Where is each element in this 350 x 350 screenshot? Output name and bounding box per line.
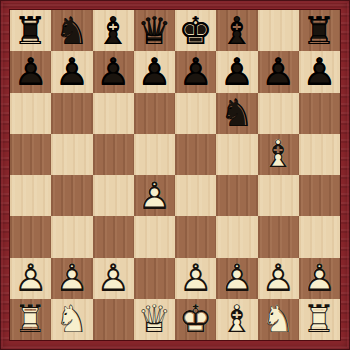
square-f4[interactable] <box>216 175 257 216</box>
white-pawn-outline-icon: ♙ <box>93 258 134 299</box>
square-a4[interactable] <box>10 175 51 216</box>
square-f5[interactable] <box>216 134 257 175</box>
square-g8[interactable] <box>258 10 299 51</box>
square-b5[interactable] <box>51 134 92 175</box>
white-knight-outline-icon: ♘ <box>51 299 92 340</box>
black-pawn-outline-icon: ♙ <box>51 51 92 92</box>
white-pawn-icon: ♟ <box>134 175 175 216</box>
piece-white-rook[interactable]: ♜♖ <box>299 299 340 340</box>
white-bishop-icon: ♝ <box>216 299 257 340</box>
square-g4[interactable] <box>258 175 299 216</box>
piece-black-knight[interactable]: ♞♘ <box>216 93 257 134</box>
piece-black-bishop[interactable]: ♝♗ <box>216 10 257 51</box>
square-g1[interactable]: ♞♘ <box>258 299 299 340</box>
white-pawn-outline-icon: ♙ <box>299 258 340 299</box>
square-c3[interactable] <box>93 216 134 257</box>
chess-board: ♜♖♞♘♝♗♛♕♚♔♝♗♜♖♟♙♟♙♟♙♟♙♟♙♟♙♟♙♟♙♞♘♝♗♟♙♟♙♟♙… <box>10 10 340 340</box>
black-pawn-outline-icon: ♙ <box>216 51 257 92</box>
square-e8[interactable]: ♚♔ <box>175 10 216 51</box>
white-pawn-icon: ♟ <box>216 258 257 299</box>
square-h3[interactable] <box>299 216 340 257</box>
square-c5[interactable] <box>93 134 134 175</box>
piece-black-king[interactable]: ♚♔ <box>175 10 216 51</box>
white-pawn-icon: ♟ <box>175 258 216 299</box>
square-f2[interactable]: ♟♙ <box>216 258 257 299</box>
square-f7[interactable]: ♟♙ <box>216 51 257 92</box>
white-knight-outline-icon: ♘ <box>258 299 299 340</box>
piece-black-rook[interactable]: ♜♖ <box>10 10 51 51</box>
white-pawn-icon: ♟ <box>51 258 92 299</box>
square-h4[interactable] <box>299 175 340 216</box>
white-pawn-icon: ♟ <box>93 258 134 299</box>
square-g7[interactable]: ♟♙ <box>258 51 299 92</box>
black-rook-outline-icon: ♖ <box>10 10 51 51</box>
square-d8[interactable]: ♛♕ <box>134 10 175 51</box>
black-pawn-icon: ♟ <box>93 51 134 92</box>
white-rook-icon: ♜ <box>299 299 340 340</box>
square-c4[interactable] <box>93 175 134 216</box>
white-pawn-outline-icon: ♙ <box>134 175 175 216</box>
piece-black-pawn[interactable]: ♟♙ <box>10 51 51 92</box>
white-rook-icon: ♜ <box>10 299 51 340</box>
board-frame: ♜♖♞♘♝♗♛♕♚♔♝♗♜♖♟♙♟♙♟♙♟♙♟♙♟♙♟♙♟♙♞♘♝♗♟♙♟♙♟♙… <box>0 0 350 350</box>
square-g5[interactable]: ♝♗ <box>258 134 299 175</box>
black-queen-icon: ♛ <box>134 10 175 51</box>
piece-white-bishop[interactable]: ♝♗ <box>216 299 257 340</box>
piece-white-pawn[interactable]: ♟♙ <box>134 175 175 216</box>
square-f6[interactable]: ♞♘ <box>216 93 257 134</box>
piece-white-pawn[interactable]: ♟♙ <box>216 258 257 299</box>
white-queen-icon: ♛ <box>134 299 175 340</box>
white-pawn-icon: ♟ <box>10 258 51 299</box>
piece-black-pawn[interactable]: ♟♙ <box>258 51 299 92</box>
black-bishop-outline-icon: ♗ <box>93 10 134 51</box>
black-pawn-icon: ♟ <box>134 51 175 92</box>
square-c1[interactable] <box>93 299 134 340</box>
white-pawn-outline-icon: ♙ <box>10 258 51 299</box>
black-pawn-outline-icon: ♙ <box>10 51 51 92</box>
square-c8[interactable]: ♝♗ <box>93 10 134 51</box>
piece-black-pawn[interactable]: ♟♙ <box>51 51 92 92</box>
white-pawn-outline-icon: ♙ <box>175 258 216 299</box>
white-knight-icon: ♞ <box>51 299 92 340</box>
black-pawn-outline-icon: ♙ <box>93 51 134 92</box>
square-g6[interactable] <box>258 93 299 134</box>
piece-white-pawn[interactable]: ♟♙ <box>175 258 216 299</box>
piece-white-rook[interactable]: ♜♖ <box>10 299 51 340</box>
black-rook-icon: ♜ <box>10 10 51 51</box>
black-knight-icon: ♞ <box>51 10 92 51</box>
piece-white-pawn[interactable]: ♟♙ <box>51 258 92 299</box>
square-h5[interactable] <box>299 134 340 175</box>
white-pawn-outline-icon: ♙ <box>258 258 299 299</box>
square-d3[interactable] <box>134 216 175 257</box>
square-e7[interactable]: ♟♙ <box>175 51 216 92</box>
black-pawn-icon: ♟ <box>175 51 216 92</box>
square-a1[interactable]: ♜♖ <box>10 299 51 340</box>
square-a2[interactable]: ♟♙ <box>10 258 51 299</box>
piece-white-pawn[interactable]: ♟♙ <box>93 258 134 299</box>
square-e4[interactable] <box>175 175 216 216</box>
square-b6[interactable] <box>51 93 92 134</box>
piece-black-pawn[interactable]: ♟♙ <box>216 51 257 92</box>
white-bishop-outline-icon: ♗ <box>258 134 299 175</box>
black-pawn-outline-icon: ♙ <box>258 51 299 92</box>
white-pawn-outline-icon: ♙ <box>51 258 92 299</box>
square-d5[interactable] <box>134 134 175 175</box>
black-pawn-outline-icon: ♙ <box>175 51 216 92</box>
square-e5[interactable] <box>175 134 216 175</box>
piece-black-knight[interactable]: ♞♘ <box>51 10 92 51</box>
square-d6[interactable] <box>134 93 175 134</box>
piece-white-pawn[interactable]: ♟♙ <box>258 258 299 299</box>
square-h8[interactable]: ♜♖ <box>299 10 340 51</box>
square-f8[interactable]: ♝♗ <box>216 10 257 51</box>
square-g2[interactable]: ♟♙ <box>258 258 299 299</box>
white-pawn-icon: ♟ <box>299 258 340 299</box>
square-c6[interactable] <box>93 93 134 134</box>
square-b1[interactable]: ♞♘ <box>51 299 92 340</box>
white-bishop-outline-icon: ♗ <box>216 299 257 340</box>
white-queen-outline-icon: ♕ <box>134 299 175 340</box>
piece-black-pawn[interactable]: ♟♙ <box>175 51 216 92</box>
square-g3[interactable] <box>258 216 299 257</box>
white-knight-icon: ♞ <box>258 299 299 340</box>
white-pawn-icon: ♟ <box>258 258 299 299</box>
black-bishop-icon: ♝ <box>216 10 257 51</box>
black-king-outline-icon: ♔ <box>175 10 216 51</box>
square-c2[interactable]: ♟♙ <box>93 258 134 299</box>
square-a5[interactable] <box>10 134 51 175</box>
square-h1[interactable]: ♜♖ <box>299 299 340 340</box>
black-knight-outline-icon: ♘ <box>216 93 257 134</box>
square-a7[interactable]: ♟♙ <box>10 51 51 92</box>
piece-white-king[interactable]: ♚♔ <box>175 299 216 340</box>
square-f3[interactable] <box>216 216 257 257</box>
square-d7[interactable]: ♟♙ <box>134 51 175 92</box>
black-pawn-icon: ♟ <box>51 51 92 92</box>
black-pawn-outline-icon: ♙ <box>299 51 340 92</box>
square-h7[interactable]: ♟♙ <box>299 51 340 92</box>
black-pawn-icon: ♟ <box>10 51 51 92</box>
black-bishop-outline-icon: ♗ <box>216 10 257 51</box>
white-rook-outline-icon: ♖ <box>10 299 51 340</box>
black-bishop-icon: ♝ <box>93 10 134 51</box>
black-pawn-icon: ♟ <box>216 51 257 92</box>
square-e3[interactable] <box>175 216 216 257</box>
square-h6[interactable] <box>299 93 340 134</box>
piece-black-pawn[interactable]: ♟♙ <box>134 51 175 92</box>
square-b2[interactable]: ♟♙ <box>51 258 92 299</box>
piece-black-bishop[interactable]: ♝♗ <box>93 10 134 51</box>
square-e2[interactable]: ♟♙ <box>175 258 216 299</box>
black-rook-outline-icon: ♖ <box>299 10 340 51</box>
piece-white-pawn[interactable]: ♟♙ <box>299 258 340 299</box>
piece-white-bishop[interactable]: ♝♗ <box>258 134 299 175</box>
square-b4[interactable] <box>51 175 92 216</box>
square-h2[interactable]: ♟♙ <box>299 258 340 299</box>
square-b8[interactable]: ♞♘ <box>51 10 92 51</box>
white-rook-outline-icon: ♖ <box>299 299 340 340</box>
square-f1[interactable]: ♝♗ <box>216 299 257 340</box>
square-d4[interactable]: ♟♙ <box>134 175 175 216</box>
piece-white-pawn[interactable]: ♟♙ <box>10 258 51 299</box>
black-queen-outline-icon: ♕ <box>134 10 175 51</box>
square-b7[interactable]: ♟♙ <box>51 51 92 92</box>
white-bishop-icon: ♝ <box>258 134 299 175</box>
square-e6[interactable] <box>175 93 216 134</box>
piece-black-rook[interactable]: ♜♖ <box>299 10 340 51</box>
black-rook-icon: ♜ <box>299 10 340 51</box>
black-pawn-icon: ♟ <box>299 51 340 92</box>
black-pawn-icon: ♟ <box>258 51 299 92</box>
white-king-outline-icon: ♔ <box>175 299 216 340</box>
black-knight-outline-icon: ♘ <box>51 10 92 51</box>
square-a3[interactable] <box>10 216 51 257</box>
piece-black-pawn[interactable]: ♟♙ <box>93 51 134 92</box>
square-d1[interactable]: ♛♕ <box>134 299 175 340</box>
piece-black-queen[interactable]: ♛♕ <box>134 10 175 51</box>
square-a8[interactable]: ♜♖ <box>10 10 51 51</box>
square-a6[interactable] <box>10 93 51 134</box>
square-e1[interactable]: ♚♔ <box>175 299 216 340</box>
piece-white-queen[interactable]: ♛♕ <box>134 299 175 340</box>
piece-black-pawn[interactable]: ♟♙ <box>299 51 340 92</box>
square-b3[interactable] <box>51 216 92 257</box>
black-king-icon: ♚ <box>175 10 216 51</box>
piece-white-knight[interactable]: ♞♘ <box>258 299 299 340</box>
piece-white-knight[interactable]: ♞♘ <box>51 299 92 340</box>
square-c7[interactable]: ♟♙ <box>93 51 134 92</box>
square-d2[interactable] <box>134 258 175 299</box>
black-pawn-outline-icon: ♙ <box>134 51 175 92</box>
white-king-icon: ♚ <box>175 299 216 340</box>
white-pawn-outline-icon: ♙ <box>216 258 257 299</box>
black-knight-icon: ♞ <box>216 93 257 134</box>
